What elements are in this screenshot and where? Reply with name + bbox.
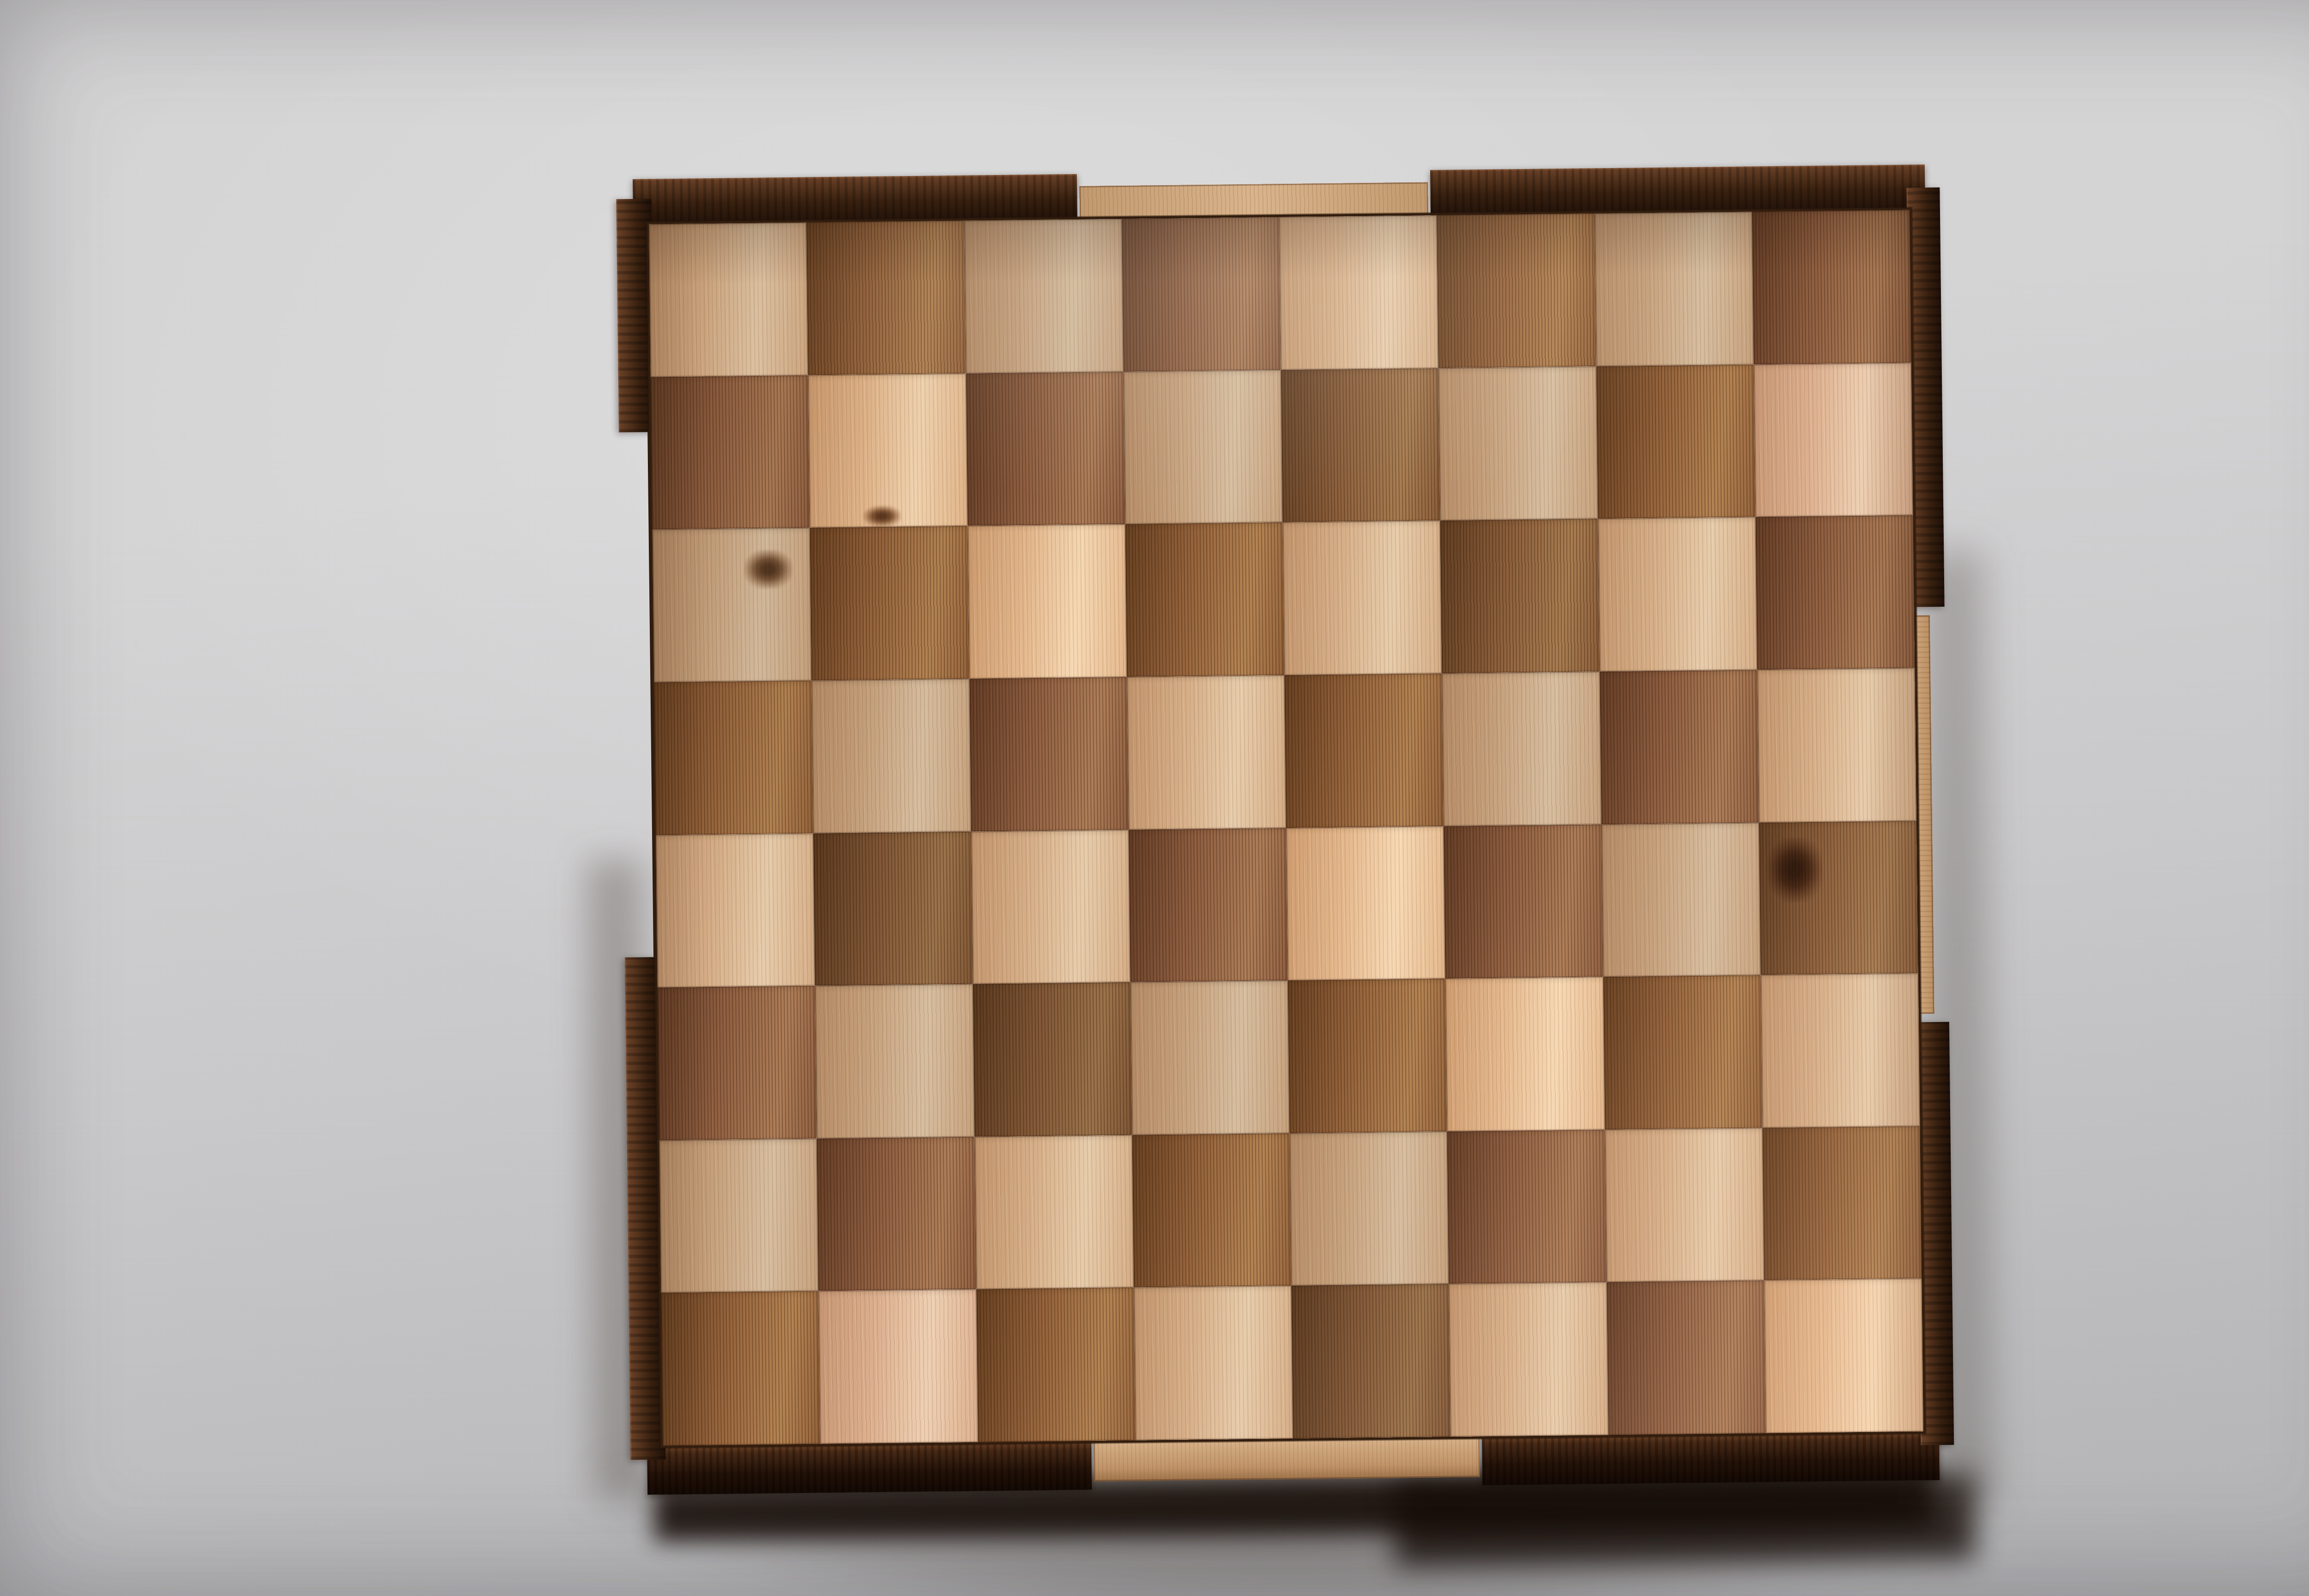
square-g7 — [1596, 364, 1755, 519]
square-a7 — [651, 375, 810, 529]
square-c4 — [971, 829, 1130, 984]
square-b8 — [806, 221, 966, 375]
square-f1 — [1449, 1282, 1608, 1437]
square-e6 — [1282, 520, 1442, 675]
square-d8 — [1122, 217, 1281, 371]
wood-knot — [1767, 837, 1823, 902]
square-g4 — [1601, 822, 1760, 977]
square-h3 — [1760, 973, 1920, 1128]
square-c1 — [976, 1288, 1136, 1442]
square-b5 — [812, 679, 971, 833]
square-g2 — [1605, 1128, 1764, 1282]
square-f4 — [1444, 824, 1603, 979]
photo-background — [0, 0, 2309, 1596]
square-d1 — [1134, 1286, 1293, 1440]
square-e2 — [1290, 1131, 1449, 1286]
chessboard — [649, 210, 1923, 1446]
square-d5 — [1127, 675, 1286, 829]
finger-joint-tab-bottom — [1094, 1434, 1480, 1481]
wood-knot — [863, 505, 901, 527]
square-h1 — [1764, 1279, 1923, 1433]
square-g5 — [1600, 670, 1759, 824]
square-e3 — [1288, 979, 1447, 1133]
square-g8 — [1594, 212, 1753, 366]
square-a1 — [661, 1291, 820, 1445]
square-h8 — [1752, 210, 1911, 364]
square-f8 — [1437, 213, 1596, 368]
square-f3 — [1445, 977, 1605, 1131]
square-d7 — [1124, 370, 1283, 524]
wood-knot — [744, 550, 792, 589]
square-a6 — [653, 528, 812, 682]
board-assembly — [649, 210, 1923, 1446]
square-d3 — [1130, 980, 1290, 1135]
square-b1 — [819, 1289, 978, 1444]
square-e1 — [1291, 1284, 1451, 1438]
square-h2 — [1762, 1126, 1922, 1280]
square-d6 — [1125, 522, 1284, 677]
box-wall-bottom-segment-1 — [647, 1438, 1092, 1495]
square-h5 — [1757, 668, 1916, 822]
square-d2 — [1132, 1133, 1291, 1288]
square-b4 — [813, 831, 973, 985]
square-c2 — [974, 1135, 1134, 1289]
square-c7 — [966, 372, 1125, 526]
square-e5 — [1284, 673, 1444, 828]
square-g1 — [1607, 1281, 1766, 1435]
square-f5 — [1442, 671, 1601, 826]
square-e8 — [1279, 215, 1439, 369]
square-c6 — [967, 524, 1127, 678]
square-d4 — [1129, 828, 1288, 982]
board-shadow-hard-right — [1394, 1475, 1975, 1566]
square-f7 — [1439, 366, 1598, 520]
square-a8 — [649, 223, 808, 377]
square-c8 — [964, 219, 1124, 373]
square-e4 — [1286, 826, 1445, 980]
square-c5 — [969, 677, 1129, 831]
square-b7 — [808, 373, 967, 527]
square-g3 — [1603, 975, 1762, 1129]
square-f2 — [1447, 1130, 1607, 1284]
square-f6 — [1440, 519, 1600, 673]
square-b2 — [817, 1137, 976, 1291]
square-h7 — [1753, 363, 1913, 517]
square-h6 — [1755, 515, 1915, 670]
box-wall-top-segment-1 — [633, 174, 1077, 227]
square-a4 — [656, 833, 815, 987]
box-wall-bottom-segment-2 — [1482, 1428, 1940, 1485]
box-wall-left-segment-1 — [616, 199, 654, 432]
square-b3 — [815, 984, 974, 1138]
square-h4 — [1759, 821, 1918, 975]
square-c3 — [973, 982, 1132, 1137]
box-wall-top-segment-2 — [1430, 164, 1925, 218]
square-a5 — [654, 681, 813, 835]
square-b6 — [810, 526, 969, 680]
square-a2 — [659, 1138, 819, 1293]
square-g6 — [1598, 517, 1757, 671]
square-e7 — [1281, 368, 1440, 522]
square-a3 — [658, 986, 817, 1140]
